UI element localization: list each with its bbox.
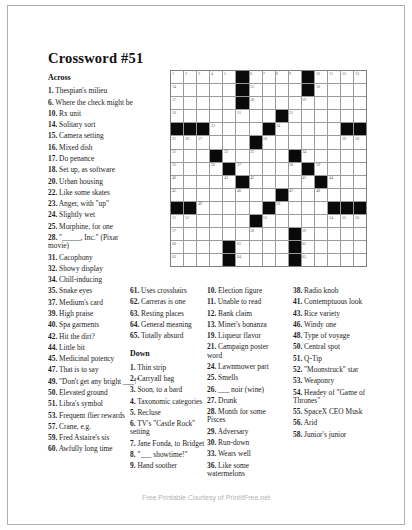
cell-number: 28: [263, 136, 267, 141]
grid-cell[interactable]: [236, 228, 248, 240]
grid-cell[interactable]: 39: [315, 163, 327, 175]
grid-cell[interactable]: [210, 254, 222, 266]
cell-number: 21: [237, 110, 241, 115]
clue-item: 16. Mixed dish: [48, 144, 140, 152]
grid-cell[interactable]: 59: [302, 228, 314, 240]
grid-cell[interactable]: [354, 163, 366, 175]
grid-cell[interactable]: 17: [171, 97, 183, 109]
grid-cell[interactable]: 6: [250, 71, 262, 83]
grid-cell[interactable]: [197, 176, 209, 188]
grid-cell[interactable]: [341, 176, 353, 188]
grid-cell[interactable]: 18: [250, 97, 262, 109]
clue-item: 24. Slightly wet: [48, 211, 140, 219]
black-cell: [302, 71, 314, 83]
clue-item: 11. Unable to read: [207, 298, 281, 306]
grid-cell[interactable]: 63: [171, 254, 183, 266]
cell-number: 58: [250, 228, 254, 233]
grid-cell[interactable]: [210, 241, 222, 253]
grid-cell[interactable]: [263, 241, 275, 253]
black-cell: [223, 241, 235, 253]
grid-cell[interactable]: 29: [341, 136, 353, 148]
cell-number: 51: [172, 215, 176, 220]
grid-cell[interactable]: [223, 84, 235, 96]
grid-cell[interactable]: [197, 84, 209, 96]
cell-number: 22: [289, 110, 293, 115]
black-cell: [315, 176, 327, 188]
grid-cell[interactable]: [263, 110, 275, 122]
grid-cell[interactable]: [315, 123, 327, 135]
cell-number: 5: [224, 71, 226, 76]
grid-cell[interactable]: 13: [354, 71, 366, 83]
grid-cell[interactable]: [315, 215, 327, 227]
cell-number: 65: [302, 254, 306, 259]
cell-number: 53: [263, 215, 267, 220]
grid-cell[interactable]: [223, 215, 235, 227]
cell-number: 36: [211, 162, 215, 167]
clue-item: 31. Cacophony: [48, 254, 140, 262]
grid-cell[interactable]: [276, 241, 288, 253]
cell-number: 4: [211, 71, 213, 76]
grid-cell[interactable]: 50: [276, 202, 288, 214]
clue-item: 4. Taxonomic categories: [130, 398, 210, 406]
grid-cell[interactable]: 19: [302, 97, 314, 109]
grid-cell[interactable]: [263, 84, 275, 96]
grid-cell[interactable]: [223, 136, 235, 148]
grid-cell[interactable]: [210, 189, 222, 201]
black-cell: [276, 110, 288, 122]
black-cell: [171, 123, 183, 135]
grid-cell[interactable]: [263, 97, 275, 109]
grid-cell[interactable]: [236, 202, 248, 214]
grid-cell[interactable]: [223, 189, 235, 201]
clue-item: 6. Where the check might be: [48, 99, 140, 107]
clue-item: 45. Medicinal potency: [48, 355, 140, 363]
grid-cell[interactable]: [328, 97, 340, 109]
black-cell: [302, 84, 314, 96]
grid-cell[interactable]: [289, 176, 301, 188]
clue-item: 42. Hit the dirt?: [48, 333, 140, 341]
grid-cell[interactable]: [184, 150, 196, 162]
grid-cell[interactable]: 12: [341, 71, 353, 83]
clue-item: 57. Crane, e.g.: [48, 423, 140, 431]
grid-cell[interactable]: 49: [197, 202, 209, 214]
grid-cell[interactable]: [263, 176, 275, 188]
cell-number: 43: [302, 175, 306, 180]
grid-cell[interactable]: [184, 110, 196, 122]
grid-cell[interactable]: 22: [289, 110, 301, 122]
clue-item: 60. Awfully long time: [48, 445, 140, 453]
grid-cell[interactable]: [197, 110, 209, 122]
grid-cell[interactable]: [197, 215, 209, 227]
grid-cell[interactable]: [210, 136, 222, 148]
cell-number: 44: [329, 175, 333, 180]
grid-cell[interactable]: [197, 189, 209, 201]
grid-cell[interactable]: 2: [184, 71, 196, 83]
grid-cell[interactable]: [328, 136, 340, 148]
black-cell: [341, 202, 353, 214]
grid-cell[interactable]: 8: [276, 71, 288, 83]
grid-cell[interactable]: [210, 110, 222, 122]
grid-cell[interactable]: [328, 163, 340, 175]
black-cell: [289, 254, 301, 266]
grid-cell[interactable]: 25: [171, 136, 183, 148]
grid-cell[interactable]: [276, 150, 288, 162]
grid-cell[interactable]: [263, 150, 275, 162]
grid-cell[interactable]: [250, 202, 262, 214]
black-cell: [354, 123, 366, 135]
across-clues-1: 1. Thespian's milieu6. Where the check m…: [48, 87, 140, 453]
clue-item: 35. Snake eyes: [48, 287, 140, 295]
grid-cell[interactable]: [341, 84, 353, 96]
cell-number: 8: [276, 71, 278, 76]
grid-cell[interactable]: [315, 136, 327, 148]
grid-cell[interactable]: 58: [250, 228, 262, 240]
grid-cell[interactable]: [328, 84, 340, 96]
grid-cell[interactable]: [315, 150, 327, 162]
grid-cell[interactable]: [276, 163, 288, 175]
grid-cell[interactable]: [223, 123, 235, 135]
clue-item: 22. Like some skates: [48, 189, 140, 197]
grid-cell[interactable]: 31: [171, 150, 183, 162]
black-cell: [276, 189, 288, 201]
clue-item: 64. General meaning: [130, 321, 210, 329]
grid-cell[interactable]: [354, 241, 366, 253]
grid-cell[interactable]: [354, 176, 366, 188]
clue-item: 17. Do penance: [48, 155, 140, 163]
grid-cell[interactable]: [197, 97, 209, 109]
grid-cell[interactable]: 36: [210, 163, 222, 175]
grid-cell[interactable]: [263, 228, 275, 240]
clue-item: 2. Carryall bag: [130, 375, 210, 383]
grid-cell[interactable]: 4: [210, 71, 222, 83]
grid-cell[interactable]: 55: [341, 215, 353, 227]
grid-cell[interactable]: 34: [302, 150, 314, 162]
grid-cell[interactable]: [263, 254, 275, 266]
clue-item: 12. Bank claim: [207, 310, 281, 318]
clue-item: 27. Drunk: [207, 397, 281, 405]
grid-cell[interactable]: [302, 189, 314, 201]
grid-cell[interactable]: 15: [250, 84, 262, 96]
grid-cell[interactable]: 43: [302, 176, 314, 188]
black-cell: [354, 202, 366, 214]
cell-number: 52: [185, 215, 189, 220]
grid-cell[interactable]: [341, 241, 353, 253]
grid-cell[interactable]: [341, 228, 353, 240]
grid-cell[interactable]: [354, 189, 366, 201]
grid-cell[interactable]: [250, 241, 262, 253]
grid-cell[interactable]: 53: [263, 215, 275, 227]
cell-number: 42: [250, 175, 254, 180]
grid-cell[interactable]: [354, 97, 366, 109]
cell-number: 25: [172, 136, 176, 141]
clue-item: 23. Anger, with "up": [48, 200, 140, 208]
grid-cell[interactable]: 42: [250, 176, 262, 188]
black-cell: [236, 176, 248, 188]
grid-cell[interactable]: [354, 228, 366, 240]
grid-cell[interactable]: [354, 254, 366, 266]
grid-cell[interactable]: [276, 215, 288, 227]
grid-cell[interactable]: 46: [236, 189, 248, 201]
grid-cell[interactable]: [184, 189, 196, 201]
grid-cell[interactable]: [341, 110, 353, 122]
cell-number: 62: [302, 241, 306, 246]
grid-cell[interactable]: 1: [171, 71, 183, 83]
grid-cell[interactable]: [184, 97, 196, 109]
clue-item: 59. Fred Astaire's sis: [48, 434, 140, 442]
grid-cell[interactable]: 45: [171, 189, 183, 201]
clue-item: 19. Liqueur flavor: [207, 332, 281, 340]
clue-item: 53. Weaponry: [293, 377, 389, 385]
cell-number: 47: [289, 188, 293, 193]
grid-cell[interactable]: [289, 84, 301, 96]
grid-cell[interactable]: [210, 97, 222, 109]
grid-cell[interactable]: [354, 84, 366, 96]
grid-cell[interactable]: 10: [315, 71, 327, 83]
grid-cell[interactable]: [315, 241, 327, 253]
grid-cell[interactable]: [341, 150, 353, 162]
grid-cell[interactable]: 3: [197, 71, 209, 83]
grid-cell[interactable]: [315, 110, 327, 122]
clue-item: 46. Windy one: [293, 321, 389, 329]
clue-item: 3. Soon, to a bard: [130, 386, 210, 394]
cell-number: 56: [355, 215, 359, 220]
grid-cell[interactable]: [328, 241, 340, 253]
cell-number: 34: [302, 149, 306, 154]
grid-cell[interactable]: 44: [328, 176, 340, 188]
clue-item: 20. Urban housing: [48, 178, 140, 186]
cell-number: 32: [224, 149, 228, 154]
grid-cell[interactable]: [197, 254, 209, 266]
cell-number: 50: [276, 201, 280, 206]
grid-cell[interactable]: [315, 254, 327, 266]
grid-cell[interactable]: 7: [263, 71, 275, 83]
grid-cell[interactable]: 26: [184, 136, 196, 148]
clue-item: 47. That is to say: [48, 366, 140, 374]
grid-cell[interactable]: [197, 241, 209, 253]
grid-cell[interactable]: 52: [184, 215, 196, 227]
grid-cell[interactable]: [197, 228, 209, 240]
grid-cell[interactable]: [328, 254, 340, 266]
cell-number: 39: [316, 162, 320, 167]
grid-cell[interactable]: 16: [315, 84, 327, 96]
clue-item: 9. Hand soother: [130, 462, 210, 470]
grid-cell[interactable]: 33: [250, 150, 262, 162]
grid-cell[interactable]: 40: [171, 176, 183, 188]
cell-number: 20: [172, 110, 176, 115]
grid-cell[interactable]: [223, 97, 235, 109]
grid-cell[interactable]: [341, 189, 353, 201]
grid-cell[interactable]: [328, 150, 340, 162]
grid-cell[interactable]: [184, 163, 196, 175]
grid-cell[interactable]: 21: [236, 110, 248, 122]
grid-cell[interactable]: [341, 163, 353, 175]
grid-cell[interactable]: [263, 163, 275, 175]
grid-cell[interactable]: [328, 189, 340, 201]
grid-cell[interactable]: [302, 136, 314, 148]
grid-cell[interactable]: [250, 189, 262, 201]
grid-cell[interactable]: [302, 215, 314, 227]
grid-cell[interactable]: 47: [289, 189, 301, 201]
grid-cell[interactable]: [289, 215, 301, 227]
grid-cell[interactable]: [276, 176, 288, 188]
cell-number: 12: [342, 71, 346, 76]
grid-cell[interactable]: [276, 136, 288, 148]
cell-number: 41: [224, 175, 228, 180]
middle-clues-column-1: 61. Uses crosshairs62. Carreras is one63…: [130, 287, 210, 474]
cell-number: 49: [198, 201, 202, 206]
grid-cell[interactable]: [250, 163, 262, 175]
grid-cell[interactable]: [197, 163, 209, 175]
cell-number: 61: [237, 241, 241, 246]
black-cell: [250, 136, 262, 148]
grid-cell[interactable]: 23: [210, 123, 222, 135]
grid-cell[interactable]: [210, 228, 222, 240]
grid-cell[interactable]: 61: [236, 241, 248, 253]
grid-cell[interactable]: 14: [171, 84, 183, 96]
grid-cell[interactable]: [210, 176, 222, 188]
grid-cell[interactable]: 60: [171, 241, 183, 253]
black-cell: [223, 163, 235, 175]
clue-item: 63. Resting places: [130, 310, 210, 318]
grid-cell[interactable]: 37: [236, 163, 248, 175]
cell-number: 37: [237, 162, 241, 167]
grid-cell[interactable]: 65: [302, 254, 314, 266]
grid-cell[interactable]: 51: [171, 215, 183, 227]
grid-cell[interactable]: [289, 202, 301, 214]
clue-item: 25. Smells: [207, 374, 281, 382]
grid-cell[interactable]: [328, 110, 340, 122]
clue-item: 10. Rx unit: [48, 110, 140, 118]
grid-cell[interactable]: [250, 254, 262, 266]
cell-number: 7: [263, 71, 265, 76]
black-cell: [250, 215, 262, 227]
clue-item: 21. Campaign poster word: [207, 343, 281, 360]
grid-cell[interactable]: 28: [263, 136, 275, 148]
clue-item: 65. Totally absurd: [130, 332, 210, 340]
cell-number: 30: [355, 136, 359, 141]
black-cell: [236, 84, 248, 96]
clue-item: 7. Jane Fonda, to Bridget: [130, 440, 210, 448]
grid-cell[interactable]: [236, 215, 248, 227]
clue-item: 52. "Moonstruck" star: [293, 366, 389, 374]
clue-item: 50. Elevated ground: [48, 389, 140, 397]
grid-cell[interactable]: 38: [289, 163, 301, 175]
grid-cell[interactable]: [184, 241, 196, 253]
grid-cell[interactable]: [328, 123, 340, 135]
grid-cell[interactable]: 54: [328, 215, 340, 227]
grid-cell[interactable]: 20: [171, 110, 183, 122]
grid-cell[interactable]: [276, 228, 288, 240]
grid-cell[interactable]: [289, 97, 301, 109]
grid-cell[interactable]: 41: [223, 176, 235, 188]
grid-cell[interactable]: [315, 97, 327, 109]
grid-cell[interactable]: [236, 136, 248, 148]
grid-cell[interactable]: [341, 97, 353, 109]
black-cell: [223, 254, 235, 266]
cell-number: 60: [172, 241, 176, 246]
grid-cell[interactable]: [328, 228, 340, 240]
clue-item: 6. TV's "Castle Rock" setting: [130, 420, 210, 437]
grid-cell[interactable]: [210, 84, 222, 96]
grid-cell[interactable]: 11: [328, 71, 340, 83]
clue-item: 39. High praise: [48, 310, 140, 318]
clue-item: 26. ___ noir (wine): [207, 386, 281, 394]
cell-number: 11: [329, 71, 333, 76]
clue-item: 61. Uses crosshairs: [130, 287, 210, 295]
grid-cell[interactable]: [276, 84, 288, 96]
clue-item: 43. Rice variety: [293, 310, 389, 318]
clue-item: 8. "___ showtime!": [130, 451, 210, 459]
cell-number: 64: [237, 254, 241, 259]
grid-cell[interactable]: [236, 150, 248, 162]
cell-number: 38: [289, 162, 293, 167]
grid-cell[interactable]: 57: [171, 228, 183, 240]
grid-cell[interactable]: [223, 228, 235, 240]
grid-cell[interactable]: [354, 110, 366, 122]
grid-cell[interactable]: 64: [236, 254, 248, 266]
grid-cell[interactable]: [184, 84, 196, 96]
grid-cell[interactable]: [197, 150, 209, 162]
grid-cell[interactable]: 48: [315, 189, 327, 201]
grid-cell[interactable]: [263, 189, 275, 201]
grid-cell[interactable]: 30: [354, 136, 366, 148]
clue-item: 53. Frequent flier rewards: [48, 412, 140, 420]
clue-item: 49. "Don't get any bright ___!": [48, 378, 140, 386]
grid-cell[interactable]: [210, 215, 222, 227]
grid-cell[interactable]: 35: [171, 163, 183, 175]
grid-cell[interactable]: [341, 254, 353, 266]
grid-cell[interactable]: [184, 228, 196, 240]
clue-item: 33. Wears well: [207, 450, 281, 458]
grid-cell[interactable]: 62: [302, 241, 314, 253]
grid-cell[interactable]: [223, 110, 235, 122]
grid-cell[interactable]: [250, 110, 262, 122]
grid-cell[interactable]: [289, 123, 301, 135]
grid-cell[interactable]: [315, 228, 327, 240]
grid-cell[interactable]: [250, 123, 262, 135]
grid-cell[interactable]: [184, 254, 196, 266]
down-clues-2: 10. Election figure11. Unable to read12.…: [207, 287, 281, 478]
cell-number: 57: [172, 228, 176, 233]
black-cell: [236, 71, 248, 83]
clue-item: 1. Thin strip: [130, 364, 210, 372]
grid-cell[interactable]: 24: [276, 123, 288, 135]
cell-number: 13: [355, 71, 359, 76]
cell-number: 18: [250, 97, 254, 102]
grid-cell[interactable]: [236, 123, 248, 135]
across-header: Across: [48, 74, 140, 83]
grid-cell[interactable]: [302, 202, 314, 214]
grid-cell[interactable]: 5: [223, 71, 235, 83]
grid-cell[interactable]: [354, 150, 366, 162]
grid-cell[interactable]: 32: [223, 150, 235, 162]
grid-cell[interactable]: [223, 202, 235, 214]
page-title: Crossword #51: [48, 50, 143, 67]
grid-cell[interactable]: [276, 254, 288, 266]
grid-cell[interactable]: 27: [197, 136, 209, 148]
grid-cell[interactable]: [302, 123, 314, 135]
black-cell: [289, 150, 301, 162]
grid-cell[interactable]: [184, 176, 196, 188]
grid-cell[interactable]: 9: [289, 71, 301, 83]
grid-cell[interactable]: [276, 97, 288, 109]
grid-cell[interactable]: [315, 202, 327, 214]
grid-cell[interactable]: [289, 136, 301, 148]
grid-cell[interactable]: [302, 110, 314, 122]
clue-item: 25. Morphine, for one: [48, 223, 140, 231]
grid-cell[interactable]: 56: [354, 215, 366, 227]
grid-cell[interactable]: [210, 202, 222, 214]
